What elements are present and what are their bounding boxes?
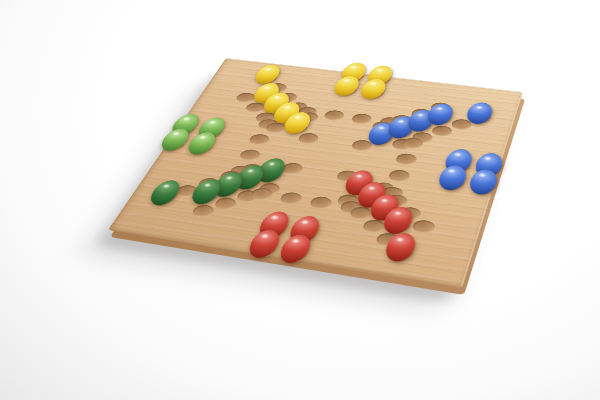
board-hole-right-row-3[interactable] bbox=[387, 169, 412, 183]
board-hole-bl-ringb-3[interactable] bbox=[213, 197, 239, 212]
board-hole-bottom-row-3[interactable] bbox=[308, 195, 334, 210]
board-hole-top-row-2[interactable] bbox=[322, 109, 345, 121]
board-hole-left-row-2[interactable] bbox=[247, 133, 271, 146]
board-hole-right-row-2[interactable] bbox=[394, 152, 418, 165]
board-hole-bottom-row-2[interactable] bbox=[278, 191, 304, 206]
board-hole-tr-ringa-3[interactable] bbox=[431, 125, 454, 138]
yellow-peg-top-box-4[interactable] bbox=[357, 78, 389, 100]
board-hole-bl-ringb-4[interactable] bbox=[190, 204, 217, 219]
board-hole-tl-home1[interactable] bbox=[297, 132, 321, 145]
board-hole-br-ringa-3[interactable] bbox=[361, 219, 387, 235]
board-hole-br-ringb-4[interactable] bbox=[411, 219, 437, 235]
yellow-peg-top-box-3[interactable] bbox=[330, 75, 362, 97]
board-hole-top-row-3[interactable] bbox=[350, 113, 373, 125]
yellow-peg-tl-ringa-5[interactable] bbox=[252, 64, 285, 85]
board-hole-left-row-3[interactable] bbox=[238, 148, 263, 161]
photo-stage bbox=[0, 0, 600, 400]
